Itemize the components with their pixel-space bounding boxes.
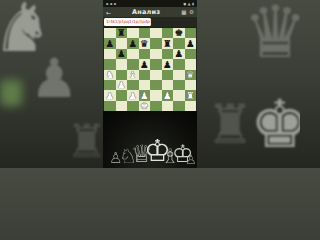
black-pawn-piece: ♟ [128, 39, 137, 49]
square-b5[interactable] [116, 59, 128, 69]
square-a3[interactable] [104, 80, 116, 90]
square-c7[interactable]: ♟ [127, 38, 139, 48]
black-pawn-piece: ♟ [174, 49, 183, 59]
black-pawn-piece: ♟ [140, 60, 149, 70]
white-queen-piece: ♛ [186, 70, 195, 80]
square-e8[interactable] [150, 28, 162, 38]
black-queen-piece: ♛ [140, 39, 149, 49]
king-silhouette: ♚ [250, 92, 300, 158]
square-c6[interactable] [127, 49, 139, 59]
square-d1[interactable]: ♚ [139, 101, 151, 111]
square-h4[interactable]: ♛ [185, 70, 197, 80]
settings-gear-icon[interactable]: ⚙ [189, 9, 194, 15]
app-header: ← Анализ ▦ ⚙ [103, 7, 197, 17]
square-c3[interactable] [127, 80, 139, 90]
black-pawn-piece: ♟ [163, 60, 172, 70]
square-b7[interactable] [116, 38, 128, 48]
square-g7[interactable] [173, 38, 185, 48]
square-b8[interactable]: ♜ [116, 28, 128, 38]
white-king-piece: ♚ [140, 101, 149, 111]
notification-icon: ▪ [114, 2, 116, 6]
square-g1[interactable] [173, 101, 185, 111]
square-b1[interactable] [116, 101, 128, 111]
chess-board: ♜♚♟♟♛♜♟♟♟♟♟♞♝♛♟♟♟♟♟♜♚ [104, 28, 196, 111]
square-e1[interactable] [150, 101, 162, 111]
blurred-board-patch [0, 80, 22, 106]
square-d8[interactable] [139, 28, 151, 38]
square-c1[interactable] [127, 101, 139, 111]
queen-silhouette: ♛ [243, 0, 300, 68]
square-d5[interactable]: ♟ [139, 59, 151, 69]
white-pawn-piece: ♟ [105, 91, 114, 101]
phone-screen: ▪▪▪ ●▲▮ ← Анализ ▦ ⚙ 1r4k1/p1pq1r1p/1p4p… [103, 0, 197, 168]
square-a6[interactable] [104, 49, 116, 59]
square-e3[interactable] [150, 80, 162, 90]
white-pawn-piece: ♟ [140, 91, 149, 101]
square-f7[interactable]: ♜ [162, 38, 174, 48]
black-pawn-piece: ♟ [186, 39, 195, 49]
square-e7[interactable] [150, 38, 162, 48]
square-h8[interactable] [185, 28, 197, 38]
notification-icon: ▪ [106, 2, 108, 6]
square-h6[interactable] [185, 49, 197, 59]
square-h1[interactable] [185, 101, 197, 111]
square-g6[interactable]: ♟ [173, 49, 185, 59]
square-d4[interactable] [139, 70, 151, 80]
black-rook-piece: ♜ [163, 39, 172, 49]
fen-input[interactable]: 1r4k1/p1pq1r1p/1p4p1/3p1p2/N1B4Q [104, 18, 151, 26]
square-d7[interactable]: ♛ [139, 38, 151, 48]
square-a1[interactable] [104, 101, 116, 111]
square-f5[interactable]: ♟ [162, 59, 174, 69]
black-pawn-piece: ♟ [105, 39, 114, 49]
square-f2[interactable]: ♟ [162, 90, 174, 100]
status-bar: ▪▪▪ ●▲▮ [103, 0, 197, 7]
white-pawn-piece: ♟ [163, 91, 172, 101]
square-a8[interactable] [104, 28, 116, 38]
square-h3[interactable] [185, 80, 197, 90]
signal-icon: ▲ [188, 2, 191, 6]
white-bishop-piece: ♝ [128, 70, 137, 80]
square-f8[interactable] [162, 28, 174, 38]
square-f3[interactable] [162, 80, 174, 90]
black-king-piece: ♚ [174, 28, 183, 38]
square-g3[interactable] [173, 80, 185, 90]
square-c2[interactable]: ♟ [127, 90, 139, 100]
square-g4[interactable] [173, 70, 185, 80]
square-e2[interactable] [150, 90, 162, 100]
chess-pieces-photo: ♙♘♕♔♗♔♙ [103, 111, 197, 168]
square-e4[interactable] [150, 70, 162, 80]
square-a5[interactable] [104, 59, 116, 69]
square-b2[interactable] [116, 90, 128, 100]
white-pawn-piece: ♟ [128, 91, 137, 101]
square-d3[interactable] [139, 80, 151, 90]
page-title: Анализ [111, 8, 181, 16]
white-knight-piece: ♞ [105, 70, 114, 80]
pawn-silhouette: ♟ [30, 52, 78, 106]
square-c5[interactable] [127, 59, 139, 69]
fen-input-row: 1r4k1/p1pq1r1p/1p4p1/3p1p2/N1B4Q [103, 17, 197, 27]
battery-icon: ▮ [192, 2, 194, 6]
sound-icon: ● [183, 2, 186, 6]
square-e5[interactable] [150, 59, 162, 69]
square-g8[interactable]: ♚ [173, 28, 185, 38]
square-f1[interactable] [162, 101, 174, 111]
rook-silhouette-left: ♜ [66, 118, 107, 164]
white-rook-piece: ♜ [186, 91, 195, 101]
square-d2[interactable]: ♟ [139, 90, 151, 100]
square-e6[interactable] [150, 49, 162, 59]
photo-pawn: ♙ [185, 153, 197, 166]
black-pawn-piece: ♟ [117, 49, 126, 59]
square-b6[interactable]: ♟ [116, 49, 128, 59]
status-left-icons: ▪▪▪ [106, 2, 116, 6]
square-b4[interactable] [116, 70, 128, 80]
status-right-icons: ●▲▮ [183, 2, 194, 6]
square-b3[interactable]: ♟ [116, 80, 128, 90]
square-a7[interactable]: ♟ [104, 38, 116, 48]
square-h2[interactable]: ♜ [185, 90, 197, 100]
board-icon[interactable]: ▦ [181, 9, 186, 15]
square-f6[interactable] [162, 49, 174, 59]
square-d6[interactable] [139, 49, 151, 59]
square-f4[interactable] [162, 70, 174, 80]
square-c4[interactable]: ♝ [127, 70, 139, 80]
square-g2[interactable] [173, 90, 185, 100]
notification-icon: ▪ [110, 2, 112, 6]
square-h7[interactable]: ♟ [185, 38, 197, 48]
square-h5[interactable] [185, 59, 197, 69]
white-pawn-piece: ♟ [117, 80, 126, 90]
rook-silhouette-right: ♜ [206, 98, 254, 152]
square-g5[interactable] [173, 59, 185, 69]
square-c8[interactable] [127, 28, 139, 38]
square-a4[interactable]: ♞ [104, 70, 116, 80]
black-rook-piece: ♜ [117, 28, 126, 38]
square-a2[interactable]: ♟ [104, 90, 116, 100]
